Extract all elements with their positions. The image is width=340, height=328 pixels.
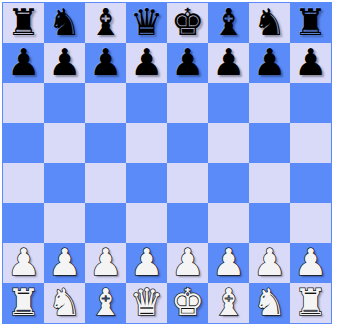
square-c7[interactable]: ♟ [85,43,126,83]
square-d3[interactable] [126,203,167,243]
square-g7[interactable]: ♟ [249,43,290,83]
square-a1[interactable]: ♜ [3,283,44,323]
square-a2[interactable]: ♟ [3,243,44,283]
square-e4[interactable] [167,163,208,203]
piece-white-pawn[interactable]: ♟ [130,243,163,283]
square-a6[interactable] [3,83,44,123]
square-h4[interactable] [290,163,331,203]
square-h1[interactable]: ♜ [290,283,331,323]
piece-white-pawn[interactable]: ♟ [294,243,327,283]
square-e3[interactable] [167,203,208,243]
piece-white-queen[interactable]: ♛ [130,283,163,323]
piece-black-rook[interactable]: ♜ [294,3,327,43]
square-h5[interactable] [290,123,331,163]
piece-white-pawn[interactable]: ♟ [171,243,204,283]
piece-white-king[interactable]: ♚ [171,283,204,323]
square-c5[interactable] [85,123,126,163]
piece-black-pawn[interactable]: ♟ [7,43,40,83]
piece-black-bishop[interactable]: ♝ [212,3,245,43]
square-e8[interactable]: ♚ [167,3,208,43]
square-a8[interactable]: ♜ [3,3,44,43]
square-h3[interactable] [290,203,331,243]
square-d1[interactable]: ♛ [126,283,167,323]
square-f8[interactable]: ♝ [208,3,249,43]
piece-black-pawn[interactable]: ♟ [253,43,286,83]
square-f5[interactable] [208,123,249,163]
piece-white-bishop[interactable]: ♝ [212,283,245,323]
piece-black-pawn[interactable]: ♟ [48,43,81,83]
piece-black-bishop[interactable]: ♝ [89,3,122,43]
piece-white-knight[interactable]: ♞ [253,283,286,323]
piece-black-knight[interactable]: ♞ [253,3,286,43]
piece-white-pawn[interactable]: ♟ [89,243,122,283]
square-d4[interactable] [126,163,167,203]
square-d7[interactable]: ♟ [126,43,167,83]
square-g2[interactable]: ♟ [249,243,290,283]
piece-black-king[interactable]: ♚ [171,3,204,43]
square-e1[interactable]: ♚ [167,283,208,323]
piece-white-knight[interactable]: ♞ [48,283,81,323]
square-d8[interactable]: ♛ [126,3,167,43]
piece-black-pawn[interactable]: ♟ [130,43,163,83]
piece-white-rook[interactable]: ♜ [294,283,327,323]
chess-board: ♜♞♝♛♚♝♞♜♟♟♟♟♟♟♟♟♟♟♟♟♟♟♟♟♜♞♝♛♚♝♞♜ [2,2,332,324]
square-f4[interactable] [208,163,249,203]
square-g6[interactable] [249,83,290,123]
piece-white-bishop[interactable]: ♝ [89,283,122,323]
square-b8[interactable]: ♞ [44,3,85,43]
square-d2[interactable]: ♟ [126,243,167,283]
square-f2[interactable]: ♟ [208,243,249,283]
square-f6[interactable] [208,83,249,123]
square-e2[interactable]: ♟ [167,243,208,283]
square-b5[interactable] [44,123,85,163]
piece-black-pawn[interactable]: ♟ [171,43,204,83]
square-c6[interactable] [85,83,126,123]
square-g1[interactable]: ♞ [249,283,290,323]
square-a3[interactable] [3,203,44,243]
square-b7[interactable]: ♟ [44,43,85,83]
piece-black-rook[interactable]: ♜ [7,3,40,43]
square-g5[interactable] [249,123,290,163]
square-b3[interactable] [44,203,85,243]
piece-black-queen[interactable]: ♛ [130,3,163,43]
square-c3[interactable] [85,203,126,243]
square-a5[interactable] [3,123,44,163]
square-c4[interactable] [85,163,126,203]
square-f1[interactable]: ♝ [208,283,249,323]
piece-black-pawn[interactable]: ♟ [212,43,245,83]
square-g3[interactable] [249,203,290,243]
square-e5[interactable] [167,123,208,163]
piece-white-rook[interactable]: ♜ [7,283,40,323]
square-h7[interactable]: ♟ [290,43,331,83]
piece-black-pawn[interactable]: ♟ [294,43,327,83]
piece-black-pawn[interactable]: ♟ [89,43,122,83]
piece-white-pawn[interactable]: ♟ [48,243,81,283]
piece-white-pawn[interactable]: ♟ [253,243,286,283]
piece-black-knight[interactable]: ♞ [48,3,81,43]
square-b6[interactable] [44,83,85,123]
piece-white-pawn[interactable]: ♟ [7,243,40,283]
piece-white-pawn[interactable]: ♟ [212,243,245,283]
square-b4[interactable] [44,163,85,203]
square-g8[interactable]: ♞ [249,3,290,43]
square-h6[interactable] [290,83,331,123]
square-f3[interactable] [208,203,249,243]
square-e6[interactable] [167,83,208,123]
square-d5[interactable] [126,123,167,163]
square-d6[interactable] [126,83,167,123]
square-h2[interactable]: ♟ [290,243,331,283]
square-a4[interactable] [3,163,44,203]
square-a7[interactable]: ♟ [3,43,44,83]
square-f7[interactable]: ♟ [208,43,249,83]
square-h8[interactable]: ♜ [290,3,331,43]
square-c8[interactable]: ♝ [85,3,126,43]
square-b1[interactable]: ♞ [44,283,85,323]
square-e7[interactable]: ♟ [167,43,208,83]
square-g4[interactable] [249,163,290,203]
square-c2[interactable]: ♟ [85,243,126,283]
square-c1[interactable]: ♝ [85,283,126,323]
square-b2[interactable]: ♟ [44,243,85,283]
page-background: ♜♞♝♛♚♝♞♜♟♟♟♟♟♟♟♟♟♟♟♟♟♟♟♟♜♞♝♛♚♝♞♜ [0,0,340,328]
